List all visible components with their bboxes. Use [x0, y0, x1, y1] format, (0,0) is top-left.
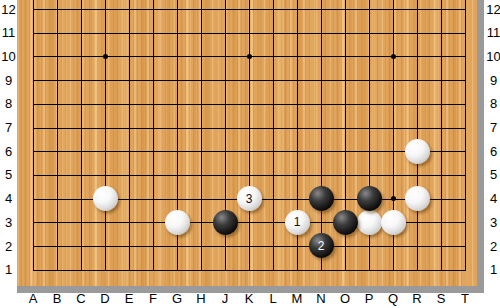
row-label-left-11: 11 — [0, 25, 17, 40]
white-stone-Q3[interactable] — [381, 210, 406, 235]
column-label-G: G — [168, 291, 186, 306]
column-label-L: L — [264, 291, 282, 306]
white-stone-R6[interactable] — [405, 139, 430, 164]
row-label-right-10: 10 — [485, 49, 500, 64]
row-label-right-5: 5 — [485, 167, 500, 182]
row-label-left-3: 3 — [0, 215, 17, 230]
white-stone-M3[interactable]: 1 — [285, 210, 310, 235]
row-label-left-5: 5 — [0, 167, 17, 182]
column-label-M: M — [288, 291, 306, 306]
row-label-right-2: 2 — [485, 239, 500, 254]
row-label-left-1: 1 — [0, 262, 17, 277]
row-label-left-9: 9 — [0, 73, 17, 88]
black-stone-N4[interactable] — [309, 186, 334, 211]
column-label-R: R — [408, 291, 426, 306]
column-label-N: N — [312, 291, 330, 306]
move-label-3: 3 — [246, 193, 253, 205]
white-stone-K4[interactable]: 3 — [237, 186, 262, 211]
white-stone-G3[interactable] — [165, 210, 190, 235]
column-label-S: S — [432, 291, 450, 306]
column-label-B: B — [48, 291, 66, 306]
column-label-C: C — [72, 291, 90, 306]
board-point-grid: 312 — [21, 0, 477, 282]
column-label-K: K — [240, 291, 258, 306]
row-label-right-11: 11 — [485, 25, 500, 40]
move-label-2: 2 — [318, 240, 325, 252]
star-point-Q10 — [391, 54, 396, 59]
white-stone-P3[interactable] — [357, 210, 382, 235]
row-label-right-1: 1 — [485, 262, 500, 277]
black-stone-P4[interactable] — [357, 186, 382, 211]
star-point-D10 — [103, 54, 108, 59]
black-stone-O3[interactable] — [333, 210, 358, 235]
row-label-right-7: 7 — [485, 120, 500, 135]
black-stone-J3[interactable] — [213, 210, 238, 235]
row-label-left-2: 2 — [0, 239, 17, 254]
column-label-E: E — [120, 291, 138, 306]
move-label-1: 1 — [294, 216, 301, 228]
star-point-K10 — [247, 54, 252, 59]
column-label-J: J — [216, 291, 234, 306]
row-label-right-9: 9 — [485, 73, 500, 88]
row-label-right-3: 3 — [485, 215, 500, 230]
go-board[interactable]: 312 — [17, 0, 477, 286]
row-label-right-4: 4 — [485, 191, 500, 206]
column-label-A: A — [24, 291, 42, 306]
column-label-P: P — [360, 291, 378, 306]
row-label-right-6: 6 — [485, 144, 500, 159]
row-label-right-12: 12 — [485, 2, 500, 17]
row-label-left-6: 6 — [0, 144, 17, 159]
column-label-T: T — [456, 291, 474, 306]
white-stone-R4[interactable] — [405, 186, 430, 211]
row-label-right-8: 8 — [485, 96, 500, 111]
row-label-left-12: 12 — [0, 2, 17, 17]
board-shadow-right — [477, 0, 484, 293]
column-label-D: D — [96, 291, 114, 306]
go-diagram: 312 121110987654321 121110987654321 ABCD… — [0, 0, 500, 308]
row-label-left-10: 10 — [0, 49, 17, 64]
row-label-left-8: 8 — [0, 96, 17, 111]
column-label-Q: Q — [384, 291, 402, 306]
star-point-Q4 — [391, 196, 396, 201]
black-stone-N2[interactable]: 2 — [309, 233, 334, 258]
row-label-left-7: 7 — [0, 120, 17, 135]
column-label-F: F — [144, 291, 162, 306]
column-label-H: H — [192, 291, 210, 306]
white-stone-D4[interactable] — [93, 186, 118, 211]
row-label-left-4: 4 — [0, 191, 17, 206]
column-label-O: O — [336, 291, 354, 306]
